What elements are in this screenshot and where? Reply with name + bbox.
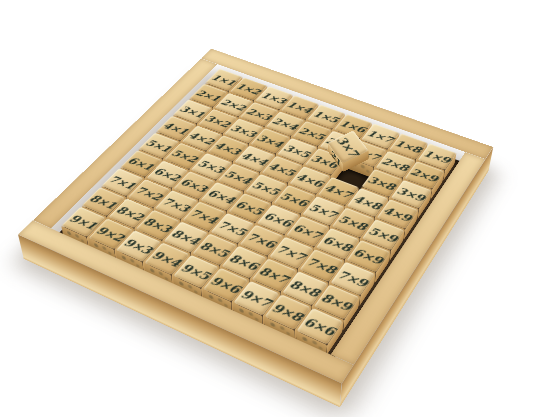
cube-label: 4×8 bbox=[352, 193, 384, 212]
cube-label: 7×9 bbox=[336, 268, 370, 290]
wooden-tray: 1×1 1×2 1×3 bbox=[20, 58, 491, 393]
cube-label: 5×8 bbox=[337, 213, 370, 232]
cube-label: 8×9 bbox=[319, 291, 354, 313]
cube-label: 6×6 bbox=[302, 315, 338, 338]
cube-label: 5×9 bbox=[367, 225, 400, 245]
board-photo: 1×1 1×2 1×3 bbox=[0, 0, 550, 417]
cube-label: 6×9 bbox=[351, 246, 385, 267]
